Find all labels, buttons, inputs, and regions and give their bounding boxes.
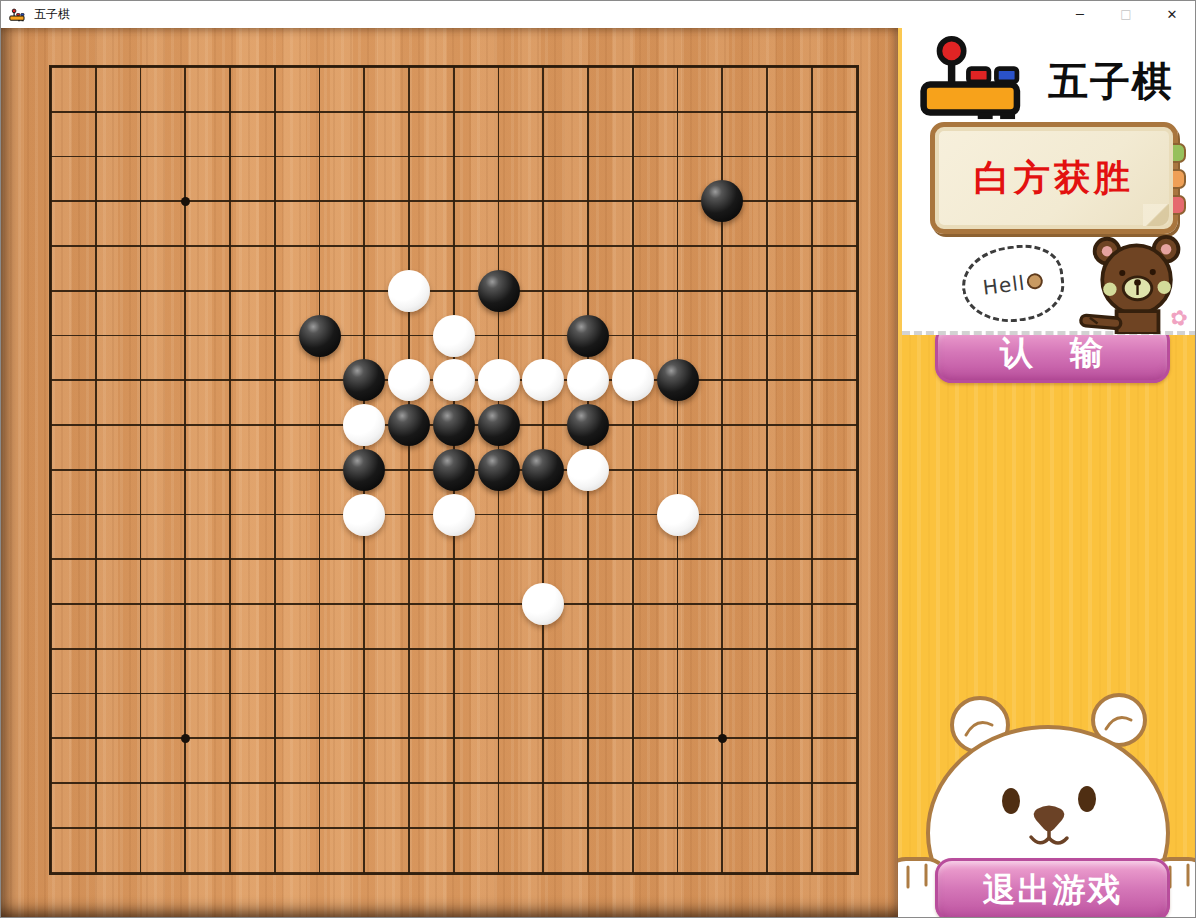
notebook-tab-pink <box>1173 195 1186 215</box>
white-stone <box>388 359 430 401</box>
white-stone <box>478 359 520 401</box>
black-stone <box>522 449 564 491</box>
white-stone <box>343 494 385 536</box>
black-stone <box>478 404 520 446</box>
grid-line <box>811 66 813 873</box>
white-stone <box>612 359 654 401</box>
grid-line <box>50 782 857 784</box>
black-stone <box>433 404 475 446</box>
black-stone <box>567 315 609 357</box>
status-text: 白方获胜 <box>974 154 1134 203</box>
black-stone <box>567 404 609 446</box>
grid-line <box>50 872 857 874</box>
grid-line <box>766 66 768 873</box>
sidebar-top-panel: 五子棋 白方获胜 Hell <box>902 28 1196 335</box>
notebook-tab-green <box>1173 143 1186 163</box>
titlebar: 五子棋 ─ □ ✕ <box>1 1 1195 28</box>
grid-line <box>50 693 857 695</box>
titlebar-joystick-icon <box>9 8 26 22</box>
black-stone <box>657 359 699 401</box>
grid-line <box>50 603 857 605</box>
white-stone <box>567 449 609 491</box>
joystick-logo-icon <box>916 36 1032 120</box>
black-stone <box>343 359 385 401</box>
grid-line <box>856 66 858 873</box>
white-stone <box>343 404 385 446</box>
white-stone <box>388 270 430 312</box>
window-title: 五子棋 <box>34 6 70 23</box>
go-board[interactable] <box>1 28 898 918</box>
grid-line <box>677 66 679 873</box>
page-curl <box>1143 204 1169 226</box>
star-point <box>718 734 727 743</box>
star-point <box>181 197 190 206</box>
white-stone <box>522 359 564 401</box>
grid-line <box>50 827 857 829</box>
app-window: 五子棋 ─ □ ✕ 五子棋 <box>0 0 1196 918</box>
black-stone <box>478 270 520 312</box>
close-button[interactable]: ✕ <box>1149 1 1195 28</box>
exit-button[interactable]: 退出游戏 <box>935 858 1170 918</box>
grid-line <box>50 648 857 650</box>
white-stone <box>657 494 699 536</box>
black-stone <box>343 449 385 491</box>
grid-line <box>50 737 857 739</box>
bear-o-icon <box>1026 272 1044 290</box>
sidebar: 五子棋 白方获胜 Hell <box>898 28 1196 918</box>
black-stone <box>433 449 475 491</box>
white-stone <box>433 494 475 536</box>
hello-bubble: Hell <box>958 240 1069 328</box>
notebook-tab-orange <box>1173 169 1186 189</box>
status-panel: 白方获胜 <box>930 122 1178 234</box>
black-stone <box>701 180 743 222</box>
minimize-button[interactable]: ─ <box>1057 1 1103 28</box>
black-stone <box>299 315 341 357</box>
star-point <box>181 734 190 743</box>
white-stone <box>433 315 475 357</box>
white-stone <box>433 359 475 401</box>
white-stone <box>567 359 609 401</box>
hello-text: Hell <box>982 271 1027 300</box>
black-stone <box>478 449 520 491</box>
grid-line <box>632 66 634 873</box>
black-stone <box>388 404 430 446</box>
grid-line <box>50 558 857 560</box>
app-title: 五子棋 <box>1048 54 1174 109</box>
white-stone <box>522 583 564 625</box>
maximize-button[interactable]: □ <box>1103 1 1149 28</box>
